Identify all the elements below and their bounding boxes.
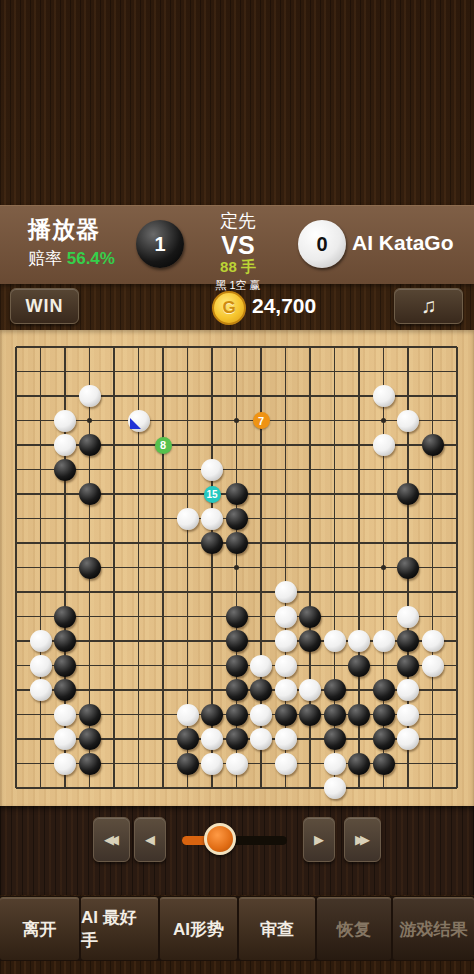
- board-point[interactable]: [273, 678, 298, 703]
- board-point[interactable]: [28, 482, 53, 507]
- board-point[interactable]: [298, 408, 323, 433]
- board-point[interactable]: [77, 751, 102, 776]
- board-point[interactable]: [273, 776, 298, 801]
- board-point[interactable]: [249, 604, 274, 629]
- board-point[interactable]: [126, 359, 151, 384]
- board-point[interactable]: [322, 384, 347, 409]
- board-point[interactable]: [126, 653, 151, 678]
- board-point[interactable]: [77, 335, 102, 360]
- board-point[interactable]: [4, 531, 29, 556]
- board-point[interactable]: [249, 727, 274, 752]
- board-point[interactable]: [4, 555, 29, 580]
- board-point[interactable]: [322, 678, 347, 703]
- board-point[interactable]: [322, 457, 347, 482]
- board-point[interactable]: [396, 702, 421, 727]
- board-point[interactable]: [224, 359, 249, 384]
- board-point[interactable]: [200, 408, 225, 433]
- board-point[interactable]: [396, 531, 421, 556]
- board-point[interactable]: [371, 359, 396, 384]
- board-point[interactable]: [224, 335, 249, 360]
- board-point[interactable]: [347, 384, 372, 409]
- board-point[interactable]: [322, 482, 347, 507]
- board-point[interactable]: [347, 531, 372, 556]
- board-point[interactable]: [322, 433, 347, 458]
- board-point[interactable]: [102, 335, 127, 360]
- board-point[interactable]: [347, 506, 372, 531]
- board-point[interactable]: [151, 727, 176, 752]
- board-point[interactable]: [77, 653, 102, 678]
- board-point[interactable]: [445, 408, 470, 433]
- board-point[interactable]: [28, 604, 53, 629]
- board-point[interactable]: [273, 555, 298, 580]
- board-point[interactable]: [77, 482, 102, 507]
- board-point[interactable]: [200, 653, 225, 678]
- board-point[interactable]: [249, 653, 274, 678]
- board-point[interactable]: [126, 702, 151, 727]
- board-point[interactable]: [298, 751, 323, 776]
- board-point[interactable]: [102, 580, 127, 605]
- board-point[interactable]: [298, 702, 323, 727]
- board-point[interactable]: [298, 727, 323, 752]
- board-point[interactable]: [77, 629, 102, 654]
- board-point[interactable]: [151, 384, 176, 409]
- board-point[interactable]: [347, 702, 372, 727]
- board-point[interactable]: [322, 653, 347, 678]
- board-point[interactable]: [28, 335, 53, 360]
- board-point[interactable]: [420, 678, 445, 703]
- board-point[interactable]: [175, 384, 200, 409]
- board-point[interactable]: [200, 555, 225, 580]
- board-point[interactable]: [28, 457, 53, 482]
- board-point[interactable]: [420, 384, 445, 409]
- board-point[interactable]: [420, 702, 445, 727]
- board-point[interactable]: [126, 384, 151, 409]
- music-button[interactable]: ♫: [394, 288, 463, 324]
- board-point[interactable]: [445, 678, 470, 703]
- board-point[interactable]: [298, 678, 323, 703]
- board-point[interactable]: [175, 433, 200, 458]
- board-point[interactable]: [200, 457, 225, 482]
- board-point[interactable]: [151, 580, 176, 605]
- board-point[interactable]: [371, 531, 396, 556]
- board-point[interactable]: [347, 335, 372, 360]
- board-point[interactable]: [224, 457, 249, 482]
- board-point[interactable]: [347, 580, 372, 605]
- board-point[interactable]: [4, 653, 29, 678]
- board-point[interactable]: [371, 506, 396, 531]
- board-point[interactable]: [4, 482, 29, 507]
- board-point[interactable]: [445, 653, 470, 678]
- board-point[interactable]: [371, 408, 396, 433]
- board-point[interactable]: [126, 457, 151, 482]
- board-point[interactable]: [420, 433, 445, 458]
- board-point[interactable]: [126, 335, 151, 360]
- board-point[interactable]: [126, 555, 151, 580]
- board-point[interactable]: [53, 433, 78, 458]
- board-point[interactable]: [298, 384, 323, 409]
- board-point[interactable]: [298, 580, 323, 605]
- board-point[interactable]: [102, 702, 127, 727]
- board-point[interactable]: [396, 604, 421, 629]
- rewind-button[interactable]: ◀◀: [93, 817, 130, 862]
- board-point[interactable]: [396, 727, 421, 752]
- board-point[interactable]: [102, 384, 127, 409]
- board-point[interactable]: [396, 776, 421, 801]
- board-point[interactable]: [200, 604, 225, 629]
- board-point[interactable]: [53, 335, 78, 360]
- board-point[interactable]: [298, 433, 323, 458]
- board-point[interactable]: [175, 751, 200, 776]
- board-point[interactable]: [396, 751, 421, 776]
- board-point[interactable]: [77, 604, 102, 629]
- board-point[interactable]: [28, 555, 53, 580]
- board-point[interactable]: [4, 776, 29, 801]
- board-point[interactable]: [102, 653, 127, 678]
- board-point[interactable]: [53, 359, 78, 384]
- board-point[interactable]: [322, 702, 347, 727]
- board-point[interactable]: [102, 359, 127, 384]
- board-point[interactable]: [224, 531, 249, 556]
- board-point[interactable]: [102, 727, 127, 752]
- board-point[interactable]: [175, 580, 200, 605]
- board-point[interactable]: [4, 604, 29, 629]
- board-point[interactable]: [273, 482, 298, 507]
- board-point[interactable]: [249, 555, 274, 580]
- board-point[interactable]: [102, 776, 127, 801]
- board-point[interactable]: [396, 408, 421, 433]
- board-point[interactable]: [102, 604, 127, 629]
- board-point[interactable]: [420, 531, 445, 556]
- board-point[interactable]: [273, 580, 298, 605]
- next-move-button[interactable]: ▶: [303, 817, 335, 862]
- board-point[interactable]: [445, 433, 470, 458]
- board-point[interactable]: [126, 580, 151, 605]
- board-point[interactable]: [322, 776, 347, 801]
- board-point[interactable]: [151, 653, 176, 678]
- board-point[interactable]: [249, 384, 274, 409]
- board-point[interactable]: [347, 653, 372, 678]
- board-point[interactable]: [77, 531, 102, 556]
- board-point[interactable]: [53, 653, 78, 678]
- board-point[interactable]: [371, 457, 396, 482]
- board-point[interactable]: [53, 506, 78, 531]
- board-point[interactable]: [396, 506, 421, 531]
- board-point[interactable]: [224, 408, 249, 433]
- board-point[interactable]: [420, 506, 445, 531]
- board-point[interactable]: [28, 751, 53, 776]
- board-point[interactable]: [273, 384, 298, 409]
- board-point[interactable]: [53, 751, 78, 776]
- board-point[interactable]: [420, 580, 445, 605]
- board-point[interactable]: [224, 555, 249, 580]
- board-point[interactable]: [273, 457, 298, 482]
- board-point[interactable]: [175, 457, 200, 482]
- board-point[interactable]: [126, 678, 151, 703]
- board-point[interactable]: [371, 653, 396, 678]
- board-point[interactable]: [53, 408, 78, 433]
- board-point[interactable]: [200, 506, 225, 531]
- board-point[interactable]: [371, 629, 396, 654]
- board-point[interactable]: [249, 678, 274, 703]
- board-point[interactable]: [53, 457, 78, 482]
- board-point[interactable]: [126, 776, 151, 801]
- board-point[interactable]: [53, 776, 78, 801]
- board-point[interactable]: [273, 408, 298, 433]
- board-point[interactable]: [126, 433, 151, 458]
- board-point[interactable]: [371, 727, 396, 752]
- board-point[interactable]: [322, 531, 347, 556]
- win-button[interactable]: WIN: [10, 288, 79, 324]
- board-point[interactable]: [273, 629, 298, 654]
- board-point[interactable]: [273, 702, 298, 727]
- board-point[interactable]: [28, 702, 53, 727]
- board-point[interactable]: [126, 727, 151, 752]
- prev-move-button[interactable]: ◀: [134, 817, 166, 862]
- go-board-grid[interactable]: 7815: [4, 335, 470, 801]
- board-point[interactable]: [347, 408, 372, 433]
- board-point[interactable]: [420, 776, 445, 801]
- board-point[interactable]: [4, 335, 29, 360]
- board-point[interactable]: [249, 433, 274, 458]
- board-point[interactable]: [77, 678, 102, 703]
- board-point[interactable]: [200, 727, 225, 752]
- board-point[interactable]: [175, 604, 200, 629]
- board-point[interactable]: [420, 359, 445, 384]
- board-point[interactable]: [4, 384, 29, 409]
- board-point[interactable]: [151, 506, 176, 531]
- board-point[interactable]: 15: [200, 482, 225, 507]
- board-point[interactable]: [151, 555, 176, 580]
- board-point[interactable]: [151, 702, 176, 727]
- board-point[interactable]: [322, 408, 347, 433]
- board-point[interactable]: [420, 335, 445, 360]
- board-point[interactable]: [77, 457, 102, 482]
- board-point[interactable]: [347, 678, 372, 703]
- board-point[interactable]: [102, 457, 127, 482]
- board-point[interactable]: [273, 653, 298, 678]
- board-point[interactable]: [175, 629, 200, 654]
- board-point[interactable]: [53, 629, 78, 654]
- board-point[interactable]: [200, 359, 225, 384]
- board-point[interactable]: [53, 384, 78, 409]
- board-point[interactable]: [445, 629, 470, 654]
- board-point[interactable]: [175, 506, 200, 531]
- board-point[interactable]: [151, 629, 176, 654]
- board-point[interactable]: [347, 751, 372, 776]
- board-point[interactable]: [396, 678, 421, 703]
- board-point[interactable]: [4, 433, 29, 458]
- board-point[interactable]: [445, 482, 470, 507]
- board-point[interactable]: [102, 482, 127, 507]
- board-point[interactable]: [102, 629, 127, 654]
- board-point[interactable]: [77, 702, 102, 727]
- board-point[interactable]: [249, 751, 274, 776]
- board-point[interactable]: [77, 359, 102, 384]
- board-point[interactable]: [347, 776, 372, 801]
- board-point[interactable]: [420, 408, 445, 433]
- board-point[interactable]: [396, 433, 421, 458]
- board-point[interactable]: [298, 629, 323, 654]
- board-point[interactable]: [249, 506, 274, 531]
- board-point[interactable]: [396, 580, 421, 605]
- board-point[interactable]: [298, 457, 323, 482]
- board-point[interactable]: [273, 335, 298, 360]
- board-point[interactable]: [249, 482, 274, 507]
- board-point[interactable]: [77, 555, 102, 580]
- board-point[interactable]: [347, 359, 372, 384]
- board-point[interactable]: [102, 678, 127, 703]
- board-point[interactable]: [28, 678, 53, 703]
- board-point[interactable]: [445, 457, 470, 482]
- board-point[interactable]: [371, 702, 396, 727]
- board-point[interactable]: [371, 433, 396, 458]
- ai-best-move-button[interactable]: AI 最好 手: [81, 897, 158, 960]
- board-point[interactable]: [200, 580, 225, 605]
- board-point[interactable]: [224, 776, 249, 801]
- board-point[interactable]: [175, 727, 200, 752]
- board-point[interactable]: [200, 751, 225, 776]
- board-point[interactable]: [322, 580, 347, 605]
- board-point[interactable]: [273, 531, 298, 556]
- board-point[interactable]: [396, 359, 421, 384]
- board-point[interactable]: 8: [151, 433, 176, 458]
- board-point[interactable]: [28, 629, 53, 654]
- board-point[interactable]: [322, 751, 347, 776]
- board-point[interactable]: [273, 604, 298, 629]
- board-point[interactable]: [396, 482, 421, 507]
- board-point[interactable]: [151, 482, 176, 507]
- board-point[interactable]: [4, 702, 29, 727]
- board-point[interactable]: [200, 629, 225, 654]
- board-point[interactable]: [273, 433, 298, 458]
- board-point[interactable]: [53, 702, 78, 727]
- board-point[interactable]: [273, 506, 298, 531]
- board-point[interactable]: [445, 751, 470, 776]
- board-point[interactable]: [445, 604, 470, 629]
- board-point[interactable]: [175, 531, 200, 556]
- board-point[interactable]: [249, 702, 274, 727]
- board-point[interactable]: [445, 727, 470, 752]
- board-point[interactable]: [249, 335, 274, 360]
- board-point[interactable]: [28, 727, 53, 752]
- board-point[interactable]: [126, 604, 151, 629]
- board-point[interactable]: [28, 776, 53, 801]
- board-point[interactable]: [224, 678, 249, 703]
- board-point[interactable]: 7: [249, 408, 274, 433]
- board-point[interactable]: [224, 433, 249, 458]
- board-point[interactable]: [28, 653, 53, 678]
- board-point[interactable]: [53, 555, 78, 580]
- board-point[interactable]: [249, 531, 274, 556]
- board-point[interactable]: [77, 776, 102, 801]
- board-point[interactable]: [175, 359, 200, 384]
- board-point[interactable]: [77, 408, 102, 433]
- board-point[interactable]: [151, 531, 176, 556]
- board-point[interactable]: [298, 604, 323, 629]
- board-point[interactable]: [371, 751, 396, 776]
- board-point[interactable]: [102, 555, 127, 580]
- board-point[interactable]: [347, 555, 372, 580]
- board-point[interactable]: [4, 727, 29, 752]
- board-point[interactable]: [126, 751, 151, 776]
- board-point[interactable]: [4, 506, 29, 531]
- board-point[interactable]: [77, 580, 102, 605]
- board-point[interactable]: [322, 506, 347, 531]
- board-point[interactable]: [4, 751, 29, 776]
- review-button[interactable]: 审查: [239, 897, 315, 960]
- board-point[interactable]: [420, 629, 445, 654]
- board-point[interactable]: [102, 433, 127, 458]
- board-point[interactable]: [396, 555, 421, 580]
- board-point[interactable]: [224, 727, 249, 752]
- board-point[interactable]: [28, 506, 53, 531]
- board-point[interactable]: [322, 555, 347, 580]
- board-point[interactable]: [224, 482, 249, 507]
- board-point[interactable]: [28, 359, 53, 384]
- board-point[interactable]: [4, 408, 29, 433]
- board-point[interactable]: [151, 359, 176, 384]
- board-point[interactable]: [396, 457, 421, 482]
- board-point[interactable]: [445, 776, 470, 801]
- board-point[interactable]: [445, 531, 470, 556]
- board-point[interactable]: [28, 384, 53, 409]
- board-point[interactable]: [4, 457, 29, 482]
- board-point[interactable]: [126, 482, 151, 507]
- board-point[interactable]: [200, 335, 225, 360]
- board-point[interactable]: [396, 335, 421, 360]
- fast-forward-button[interactable]: ▶▶: [344, 817, 381, 862]
- board-point[interactable]: [322, 629, 347, 654]
- board-point[interactable]: [175, 408, 200, 433]
- board-point[interactable]: [151, 776, 176, 801]
- board-point[interactable]: [53, 482, 78, 507]
- move-slider-knob[interactable]: [204, 823, 236, 855]
- board-point[interactable]: [4, 580, 29, 605]
- board-point[interactable]: [224, 629, 249, 654]
- board-point[interactable]: [371, 335, 396, 360]
- board-point[interactable]: [249, 776, 274, 801]
- board-point[interactable]: [420, 555, 445, 580]
- board-point[interactable]: [445, 702, 470, 727]
- board-point[interactable]: [175, 776, 200, 801]
- board-point[interactable]: [298, 776, 323, 801]
- board-point[interactable]: [445, 359, 470, 384]
- board-point[interactable]: [53, 727, 78, 752]
- board-point[interactable]: [420, 653, 445, 678]
- board-point[interactable]: [298, 482, 323, 507]
- board-point[interactable]: [53, 678, 78, 703]
- board-point[interactable]: [298, 506, 323, 531]
- board-point[interactable]: [445, 335, 470, 360]
- board-point[interactable]: [249, 629, 274, 654]
- board-point[interactable]: [322, 335, 347, 360]
- board-point[interactable]: [396, 384, 421, 409]
- board-point[interactable]: [126, 408, 151, 433]
- board-point[interactable]: [77, 384, 102, 409]
- board-point[interactable]: [151, 604, 176, 629]
- board-point[interactable]: [347, 457, 372, 482]
- board-point[interactable]: [53, 580, 78, 605]
- board-point[interactable]: [347, 629, 372, 654]
- board-point[interactable]: [102, 506, 127, 531]
- board-point[interactable]: [224, 384, 249, 409]
- board-point[interactable]: [420, 457, 445, 482]
- board-point[interactable]: [273, 727, 298, 752]
- leave-button[interactable]: 离开: [0, 897, 79, 960]
- board-point[interactable]: [347, 482, 372, 507]
- board-point[interactable]: [298, 653, 323, 678]
- board-point[interactable]: [322, 359, 347, 384]
